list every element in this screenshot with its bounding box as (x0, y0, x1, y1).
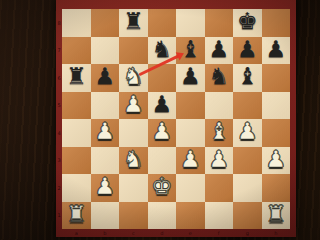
file-labels: abcdefgh (62, 229, 290, 237)
square-d3[interactable] (148, 147, 177, 175)
square-g2[interactable] (233, 174, 262, 202)
square-c7[interactable] (119, 37, 148, 65)
square-d4[interactable]: ♟ (148, 119, 177, 147)
board-grid: ♜♚♞♝♟♟♟♜♟♞♟♞♝♟♟♟♟♝♟♞♟♟♟♟♚♜♜ (62, 9, 290, 229)
black-rook-a6[interactable]: ♜ (66, 65, 87, 88)
white-pawn-b4[interactable]: ♟ (94, 120, 115, 143)
rank-label-5: 5 (56, 92, 62, 120)
square-f4[interactable]: ♝ (205, 119, 234, 147)
square-h7[interactable]: ♟ (262, 37, 291, 65)
black-pawn-b6[interactable]: ♟ (94, 65, 115, 88)
square-e2[interactable] (176, 174, 205, 202)
square-e3[interactable]: ♟ (176, 147, 205, 175)
rank-label-1: 1 (56, 202, 62, 230)
black-knight-f6[interactable]: ♞ (208, 65, 229, 88)
square-c5[interactable]: ♟ (119, 92, 148, 120)
rank-label-4: 4 (56, 119, 62, 147)
black-bishop-g6[interactable]: ♝ (237, 65, 258, 88)
square-f8[interactable] (205, 9, 234, 37)
black-rook-c8[interactable]: ♜ (123, 10, 144, 33)
white-pawn-c5[interactable]: ♟ (123, 93, 144, 116)
square-c8[interactable]: ♜ (119, 9, 148, 37)
file-label-g: g (233, 229, 262, 237)
square-e4[interactable] (176, 119, 205, 147)
square-e6[interactable]: ♟ (176, 64, 205, 92)
square-b5[interactable] (91, 92, 120, 120)
white-pawn-f3[interactable]: ♟ (208, 148, 229, 171)
square-b4[interactable]: ♟ (91, 119, 120, 147)
square-d7[interactable]: ♞ (148, 37, 177, 65)
square-a7[interactable] (62, 37, 91, 65)
square-f3[interactable]: ♟ (205, 147, 234, 175)
square-f7[interactable]: ♟ (205, 37, 234, 65)
square-f5[interactable] (205, 92, 234, 120)
square-h1[interactable]: ♜ (262, 202, 291, 230)
rank-label-8: 8 (56, 9, 62, 37)
square-a2[interactable] (62, 174, 91, 202)
square-g6[interactable]: ♝ (233, 64, 262, 92)
square-f2[interactable] (205, 174, 234, 202)
square-d6[interactable] (148, 64, 177, 92)
file-label-h: h (262, 229, 291, 237)
black-pawn-d5[interactable]: ♟ (151, 93, 172, 116)
file-label-c: c (119, 229, 148, 237)
square-b2[interactable]: ♟ (91, 174, 120, 202)
square-b8[interactable] (91, 9, 120, 37)
square-h3[interactable]: ♟ (262, 147, 291, 175)
black-pawn-g7[interactable]: ♟ (237, 38, 258, 61)
rank-label-6: 6 (56, 64, 62, 92)
white-rook-h1[interactable]: ♜ (265, 203, 286, 226)
white-rook-a1[interactable]: ♜ (66, 203, 87, 226)
file-label-b: b (91, 229, 120, 237)
file-label-d: d (148, 229, 177, 237)
white-knight-c6[interactable]: ♞ (123, 65, 144, 88)
square-f6[interactable]: ♞ (205, 64, 234, 92)
black-pawn-e6[interactable]: ♟ (180, 65, 201, 88)
square-b3[interactable] (91, 147, 120, 175)
white-pawn-g4[interactable]: ♟ (237, 120, 258, 143)
square-h2[interactable] (262, 174, 291, 202)
square-d2[interactable]: ♚ (148, 174, 177, 202)
file-label-f: f (205, 229, 234, 237)
square-g4[interactable]: ♟ (233, 119, 262, 147)
square-g3[interactable] (233, 147, 262, 175)
square-h5[interactable] (262, 92, 291, 120)
rank-labels: 87654321 (56, 9, 62, 229)
square-a4[interactable] (62, 119, 91, 147)
square-f1[interactable] (205, 202, 234, 230)
square-c3[interactable]: ♞ (119, 147, 148, 175)
white-king-d2[interactable]: ♚ (151, 175, 172, 198)
white-pawn-h3[interactable]: ♟ (265, 148, 286, 171)
square-e7[interactable]: ♝ (176, 37, 205, 65)
square-c4[interactable] (119, 119, 148, 147)
photo-background: 87654321 abcdefgh ♜♚♞♝♟♟♟♜♟♞♟♞♝♟♟♟♟♝♟♞♟♟… (0, 0, 320, 240)
file-label-a: a (62, 229, 91, 237)
square-h6[interactable] (262, 64, 291, 92)
square-g5[interactable] (233, 92, 262, 120)
square-c1[interactable] (119, 202, 148, 230)
square-c6[interactable]: ♞ (119, 64, 148, 92)
black-knight-d7[interactable]: ♞ (151, 38, 172, 61)
rank-label-7: 7 (56, 37, 62, 65)
square-b1[interactable] (91, 202, 120, 230)
black-pawn-h7[interactable]: ♟ (265, 38, 286, 61)
square-a3[interactable] (62, 147, 91, 175)
square-c2[interactable] (119, 174, 148, 202)
white-pawn-e3[interactable]: ♟ (180, 148, 201, 171)
square-a6[interactable]: ♜ (62, 64, 91, 92)
black-bishop-e7[interactable]: ♝ (180, 38, 201, 61)
square-g7[interactable]: ♟ (233, 37, 262, 65)
square-a8[interactable] (62, 9, 91, 37)
square-e5[interactable] (176, 92, 205, 120)
black-pawn-f7[interactable]: ♟ (208, 38, 229, 61)
square-b7[interactable] (91, 37, 120, 65)
square-h8[interactable] (262, 9, 291, 37)
white-bishop-f4[interactable]: ♝ (208, 120, 229, 143)
square-e1[interactable] (176, 202, 205, 230)
square-d5[interactable]: ♟ (148, 92, 177, 120)
square-g1[interactable] (233, 202, 262, 230)
square-d8[interactable] (148, 9, 177, 37)
square-g8[interactable]: ♚ (233, 9, 262, 37)
white-knight-c3[interactable]: ♞ (123, 148, 144, 171)
white-pawn-d4[interactable]: ♟ (151, 120, 172, 143)
white-pawn-b2[interactable]: ♟ (94, 175, 115, 198)
square-a1[interactable]: ♜ (62, 202, 91, 230)
square-a5[interactable] (62, 92, 91, 120)
rank-label-2: 2 (56, 174, 62, 202)
black-king-g8[interactable]: ♚ (237, 10, 258, 33)
square-d1[interactable] (148, 202, 177, 230)
file-label-e: e (176, 229, 205, 237)
rank-label-3: 3 (56, 147, 62, 175)
square-e8[interactable] (176, 9, 205, 37)
square-h4[interactable] (262, 119, 291, 147)
square-b6[interactable]: ♟ (91, 64, 120, 92)
chess-board: 87654321 abcdefgh ♜♚♞♝♟♟♟♜♟♞♟♞♝♟♟♟♟♝♟♞♟♟… (56, 0, 296, 237)
